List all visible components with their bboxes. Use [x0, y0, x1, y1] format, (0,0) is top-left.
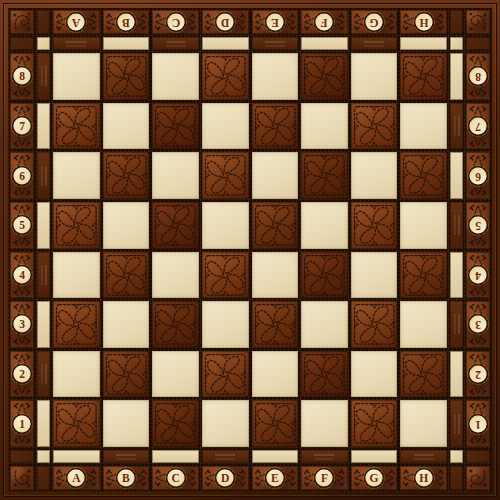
edge-strip-segment	[450, 400, 463, 447]
chess-board: ABCDEFGH8877665544332211ABCDEFGH	[0, 0, 500, 500]
square-f5[interactable]	[301, 202, 348, 249]
square-h2[interactable]	[400, 351, 447, 398]
edge-strip-segment	[400, 450, 447, 463]
rank-label-right-3: 3	[466, 301, 490, 348]
coord-circle-bottom-e: E	[266, 470, 283, 487]
stamp-mark	[41, 364, 46, 384]
edge-strip-segment	[301, 450, 348, 463]
stamp-mark	[454, 314, 459, 334]
edge-strip-segment	[450, 301, 463, 348]
coord-circle-left-3: 3	[14, 316, 31, 333]
square-f1[interactable]	[301, 400, 348, 447]
rank-label-left-4: 4	[10, 252, 34, 299]
corner-ornament-tr	[466, 10, 490, 34]
square-g5[interactable]	[351, 202, 398, 249]
rank-label-left-1: 1	[10, 400, 34, 447]
coord-circle-right-4: 4	[470, 266, 487, 283]
square-b7[interactable]	[103, 103, 150, 150]
square-a4[interactable]	[53, 252, 100, 299]
corner-ornament-bl	[10, 466, 34, 490]
corner-ornament-tl	[10, 10, 34, 34]
square-d2[interactable]	[202, 351, 249, 398]
rank-label-left-8: 8	[10, 53, 34, 100]
stamp-mark	[265, 41, 285, 46]
edge-strip-segment	[37, 351, 50, 398]
file-label-top-a: A	[53, 10, 100, 34]
edge-strip-segment	[351, 37, 398, 50]
square-c4[interactable]	[152, 252, 199, 299]
rank-label-right-8: 8	[466, 53, 490, 100]
edge-strip-segment	[103, 450, 150, 463]
edge-strip-segment	[53, 37, 100, 50]
edge-strip-segment	[450, 202, 463, 249]
square-b3[interactable]	[103, 301, 150, 348]
square-c2[interactable]	[152, 351, 199, 398]
coord-circle-right-6: 6	[470, 167, 487, 184]
corner-ornament-br	[466, 466, 490, 490]
square-e5[interactable]	[252, 202, 299, 249]
square-a1[interactable]	[53, 400, 100, 447]
stamp-mark	[454, 215, 459, 235]
square-b2[interactable]	[103, 351, 150, 398]
square-c1[interactable]	[152, 400, 199, 447]
square-c7[interactable]	[152, 103, 199, 150]
file-label-bottom-d: D	[202, 466, 249, 490]
edge-strip-segment	[351, 450, 398, 463]
edge-strip-segment	[152, 37, 199, 50]
coord-circle-right-1: 1	[470, 415, 487, 432]
edge-strip-segment	[37, 252, 50, 299]
edge-strip-segment	[202, 450, 249, 463]
coord-circle-top-h: H	[415, 14, 432, 31]
border-filler	[37, 466, 50, 490]
border-filler	[10, 450, 34, 463]
rank-label-left-6: 6	[10, 152, 34, 199]
square-g4[interactable]	[351, 252, 398, 299]
square-f8[interactable]	[301, 53, 348, 100]
coord-circle-left-5: 5	[14, 217, 31, 234]
square-c8[interactable]	[152, 53, 199, 100]
edge-strip-segment	[37, 202, 50, 249]
file-label-top-b: B	[103, 10, 150, 34]
square-b5[interactable]	[103, 202, 150, 249]
file-label-bottom-g: G	[351, 466, 398, 490]
square-f3[interactable]	[301, 301, 348, 348]
stamp-mark	[41, 265, 46, 285]
rank-label-left-7: 7	[10, 103, 34, 150]
stamp-mark	[41, 166, 46, 186]
coord-circle-bottom-d: D	[217, 470, 234, 487]
stamp-mark	[166, 41, 186, 46]
square-a7[interactable]	[53, 103, 100, 150]
coord-circle-top-b: B	[117, 14, 134, 31]
square-f6[interactable]	[301, 152, 348, 199]
square-d4[interactable]	[202, 252, 249, 299]
stamp-mark	[314, 454, 334, 459]
edge-strip-corner	[450, 37, 463, 50]
coord-circle-bottom-h: H	[415, 470, 432, 487]
board-grid: ABCDEFGH8877665544332211ABCDEFGH	[8, 8, 492, 492]
square-e2[interactable]	[252, 351, 299, 398]
file-label-bottom-c: C	[152, 466, 199, 490]
coord-circle-top-e: E	[266, 14, 283, 31]
square-a6[interactable]	[53, 152, 100, 199]
square-g2[interactable]	[351, 351, 398, 398]
square-e3[interactable]	[252, 301, 299, 348]
rank-label-left-5: 5	[10, 202, 34, 249]
edge-strip-segment	[37, 301, 50, 348]
coord-circle-bottom-a: A	[68, 470, 85, 487]
coord-circle-right-2: 2	[470, 366, 487, 383]
stamp-mark	[41, 66, 46, 86]
square-e7[interactable]	[252, 103, 299, 150]
file-label-bottom-e: E	[252, 466, 299, 490]
edge-strip-segment	[252, 37, 299, 50]
coord-circle-top-c: C	[167, 14, 184, 31]
square-f2[interactable]	[301, 351, 348, 398]
square-f7[interactable]	[301, 103, 348, 150]
square-g1[interactable]	[351, 400, 398, 447]
coord-circle-left-1: 1	[14, 415, 31, 432]
stamp-mark	[66, 41, 86, 46]
square-h7[interactable]	[400, 103, 447, 150]
square-d7[interactable]	[202, 103, 249, 150]
edge-strip-segment	[53, 450, 100, 463]
file-label-top-c: C	[152, 10, 199, 34]
square-h6[interactable]	[400, 152, 447, 199]
border-filler	[466, 450, 490, 463]
square-h3[interactable]	[400, 301, 447, 348]
edge-strip-segment	[252, 450, 299, 463]
coord-circle-left-2: 2	[14, 366, 31, 383]
coord-circle-bottom-f: F	[316, 470, 333, 487]
edge-strip-corner	[450, 450, 463, 463]
stamp-mark	[454, 116, 459, 136]
edge-strip-segment	[152, 450, 199, 463]
square-c3[interactable]	[152, 301, 199, 348]
edge-strip-segment	[301, 37, 348, 50]
square-e6[interactable]	[252, 152, 299, 199]
border-filler	[450, 466, 463, 490]
border-filler	[466, 37, 490, 50]
square-h8[interactable]	[400, 53, 447, 100]
edge-strip-segment	[37, 53, 50, 100]
edge-strip-segment	[202, 37, 249, 50]
file-label-bottom-f: F	[301, 466, 348, 490]
square-a3[interactable]	[53, 301, 100, 348]
file-label-top-h: H	[400, 10, 447, 34]
coord-circle-left-8: 8	[14, 68, 31, 85]
rank-label-right-7: 7	[466, 103, 490, 150]
file-label-bottom-b: B	[103, 466, 150, 490]
border-filler	[37, 10, 50, 34]
edge-strip-corner	[37, 450, 50, 463]
square-f4[interactable]	[301, 252, 348, 299]
coord-circle-bottom-b: B	[117, 470, 134, 487]
rank-label-left-2: 2	[10, 351, 34, 398]
coord-circle-bottom-g: G	[366, 470, 383, 487]
coord-circle-left-4: 4	[14, 266, 31, 283]
square-d6[interactable]	[202, 152, 249, 199]
square-d3[interactable]	[202, 301, 249, 348]
square-b6[interactable]	[103, 152, 150, 199]
edge-strip-segment	[450, 152, 463, 199]
edge-strip-corner	[37, 37, 50, 50]
square-b8[interactable]	[103, 53, 150, 100]
square-g3[interactable]	[351, 301, 398, 348]
file-label-top-e: E	[252, 10, 299, 34]
square-b4[interactable]	[103, 252, 150, 299]
rank-label-right-6: 6	[466, 152, 490, 199]
square-d5[interactable]	[202, 202, 249, 249]
square-d1[interactable]	[202, 400, 249, 447]
square-d8[interactable]	[202, 53, 249, 100]
edge-strip-segment	[37, 103, 50, 150]
coord-circle-left-6: 6	[14, 167, 31, 184]
square-c5[interactable]	[152, 202, 199, 249]
edge-strip-segment	[37, 152, 50, 199]
edge-strip-segment	[37, 400, 50, 447]
border-filler	[450, 10, 463, 34]
square-a8[interactable]	[53, 53, 100, 100]
square-b1[interactable]	[103, 400, 150, 447]
square-c6[interactable]	[152, 152, 199, 199]
stamp-mark	[116, 454, 136, 459]
edge-strip-segment	[450, 252, 463, 299]
edge-strip-segment	[450, 351, 463, 398]
square-a2[interactable]	[53, 351, 100, 398]
square-h1[interactable]	[400, 400, 447, 447]
rank-label-right-4: 4	[466, 252, 490, 299]
coord-circle-bottom-c: C	[167, 470, 184, 487]
edge-strip-segment	[450, 53, 463, 100]
rank-label-right-1: 1	[466, 400, 490, 447]
square-e1[interactable]	[252, 400, 299, 447]
border-filler	[10, 37, 34, 50]
stamp-mark	[454, 414, 459, 434]
edge-strip-segment	[103, 37, 150, 50]
rank-label-right-2: 2	[466, 351, 490, 398]
file-label-bottom-h: H	[400, 466, 447, 490]
file-label-top-d: D	[202, 10, 249, 34]
rank-label-right-5: 5	[466, 202, 490, 249]
stamp-mark	[364, 41, 384, 46]
coord-circle-left-7: 7	[14, 117, 31, 134]
edge-strip-segment	[400, 37, 447, 50]
square-g8[interactable]	[351, 53, 398, 100]
file-label-top-g: G	[351, 10, 398, 34]
square-e4[interactable]	[252, 252, 299, 299]
coord-circle-top-g: G	[366, 14, 383, 31]
rank-label-left-3: 3	[10, 301, 34, 348]
stamp-mark	[215, 454, 235, 459]
edge-strip-segment	[450, 103, 463, 150]
stamp-mark	[414, 454, 434, 459]
square-g6[interactable]	[351, 152, 398, 199]
square-g7[interactable]	[351, 103, 398, 150]
square-a5[interactable]	[53, 202, 100, 249]
file-label-top-f: F	[301, 10, 348, 34]
square-e8[interactable]	[252, 53, 299, 100]
coord-circle-right-7: 7	[470, 117, 487, 134]
square-h5[interactable]	[400, 202, 447, 249]
file-label-bottom-a: A	[53, 466, 100, 490]
square-h4[interactable]	[400, 252, 447, 299]
